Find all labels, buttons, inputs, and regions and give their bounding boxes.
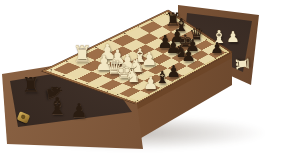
chess-set-photo: ♜♝♛♟♟♚♟♟♟♞♟♝♟♟♟♟♟♞♝♜♟♛♚♞♟♜♞♝♟♝♟♜ (0, 0, 285, 157)
